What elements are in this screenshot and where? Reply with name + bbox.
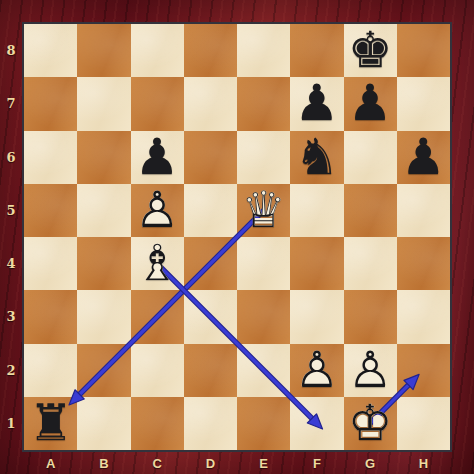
white-bishop-outline-glyph: ♗ (131, 237, 184, 290)
rank-label-6: 6 (0, 131, 22, 184)
file-label-g: G (344, 453, 397, 474)
piece-white-king-g1[interactable]: ♚♔ (344, 397, 397, 450)
piece-black-pawn-f7[interactable]: ♟ (290, 77, 343, 130)
white-pawn-glyph: ♟ (290, 344, 343, 397)
piece-black-pawn-g7[interactable]: ♟ (344, 77, 397, 130)
pieces-layer: ♚♟♟♟♞♟♟♙♛♕♝♗♟♙♟♙♜♚♔ (24, 24, 450, 450)
black-pawn-glyph: ♟ (344, 77, 397, 130)
piece-white-bishop-c4[interactable]: ♝♗ (131, 237, 184, 290)
white-pawn-glyph: ♟ (131, 184, 184, 237)
rank-label-5: 5 (0, 184, 22, 237)
black-rook-glyph: ♜ (24, 397, 77, 450)
piece-white-pawn-f2[interactable]: ♟♙ (290, 344, 343, 397)
piece-black-pawn-c6[interactable]: ♟ (131, 131, 184, 184)
black-king-glyph: ♚ (344, 24, 397, 77)
piece-white-pawn-g2[interactable]: ♟♙ (344, 344, 397, 397)
file-label-c: C (131, 453, 184, 474)
file-label-f: F (290, 453, 343, 474)
rank-label-4: 4 (0, 237, 22, 290)
black-pawn-glyph: ♟ (290, 77, 343, 130)
piece-black-king-g8[interactable]: ♚ (344, 24, 397, 77)
white-queen-glyph: ♛ (237, 184, 290, 237)
rank-label-2: 2 (0, 344, 22, 397)
white-pawn-outline-glyph: ♙ (290, 344, 343, 397)
white-bishop-glyph: ♝ (131, 237, 184, 290)
white-pawn-outline-glyph: ♙ (344, 344, 397, 397)
file-label-h: H (397, 453, 450, 474)
white-king-outline-glyph: ♔ (344, 397, 397, 450)
chess-diagram: ♚♟♟♟♞♟♟♙♛♕♝♗♟♙♟♙♜♚♔ 87654321ABCDEFGH (0, 0, 474, 474)
black-pawn-glyph: ♟ (131, 131, 184, 184)
black-knight-glyph: ♞ (290, 131, 343, 184)
rank-label-7: 7 (0, 77, 22, 130)
black-pawn-glyph: ♟ (397, 131, 450, 184)
file-label-b: B (77, 453, 130, 474)
file-label-d: D (184, 453, 237, 474)
piece-black-knight-f6[interactable]: ♞ (290, 131, 343, 184)
file-label-e: E (237, 453, 290, 474)
piece-white-pawn-c5[interactable]: ♟♙ (131, 184, 184, 237)
rank-label-3: 3 (0, 290, 22, 343)
file-label-a: A (24, 453, 77, 474)
piece-black-rook-a1[interactable]: ♜ (24, 397, 77, 450)
white-pawn-outline-glyph: ♙ (131, 184, 184, 237)
rank-label-1: 1 (0, 397, 22, 450)
chess-board: ♚♟♟♟♞♟♟♙♛♕♝♗♟♙♟♙♜♚♔ (22, 22, 452, 452)
white-king-glyph: ♚ (344, 397, 397, 450)
white-pawn-glyph: ♟ (344, 344, 397, 397)
white-queen-outline-glyph: ♕ (237, 184, 290, 237)
piece-black-pawn-h6[interactable]: ♟ (397, 131, 450, 184)
rank-label-8: 8 (0, 24, 22, 77)
piece-white-queen-e5[interactable]: ♛♕ (237, 184, 290, 237)
